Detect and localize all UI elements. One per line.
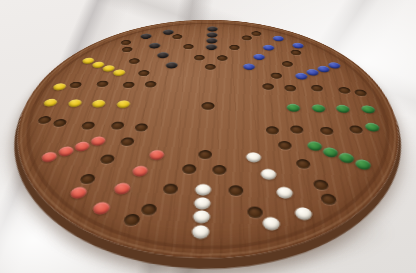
blue-base-hole	[327, 62, 341, 69]
track-hole	[120, 40, 132, 45]
track-hole	[194, 55, 205, 61]
white-base-hole	[193, 211, 210, 224]
red-base-hole	[89, 137, 106, 147]
track-hole	[291, 50, 302, 56]
track-hole	[121, 47, 133, 53]
track-hole	[163, 184, 179, 195]
track-hole	[242, 35, 252, 40]
center-hole	[201, 102, 214, 110]
red-start-hole	[69, 187, 88, 199]
black-home-hole	[166, 62, 179, 69]
track-hole	[353, 90, 367, 97]
track-hole	[137, 70, 149, 76]
track-hole	[271, 73, 283, 79]
yellow-home-hole	[91, 100, 106, 108]
track-hole	[69, 81, 83, 88]
track-hole	[140, 204, 157, 216]
blue-start-hole	[292, 43, 304, 49]
blue-home-hole	[253, 54, 265, 60]
track-hole	[229, 45, 239, 50]
green-home-hole	[286, 104, 300, 112]
track-hole	[172, 34, 183, 39]
white-base-hole	[195, 184, 211, 196]
white-home-hole	[246, 152, 261, 162]
red-base-hole	[40, 152, 59, 162]
green-base-hole	[322, 147, 339, 157]
track-hole	[134, 123, 148, 131]
track-hole	[320, 194, 337, 205]
red-home-hole	[149, 150, 165, 160]
track-hole	[217, 55, 228, 61]
track-hole	[348, 126, 363, 134]
track-hole	[248, 206, 264, 218]
track-hole	[52, 119, 68, 127]
yellow-start-hole	[52, 83, 67, 90]
track-hole	[228, 185, 243, 196]
track-hole	[282, 61, 294, 67]
track-hole	[278, 141, 292, 150]
track-hole	[122, 81, 135, 88]
track-hole	[110, 122, 125, 130]
black-home-hole	[148, 43, 160, 49]
track-hole	[263, 83, 275, 90]
track-hole	[313, 179, 329, 190]
yellow-home-hole	[42, 99, 58, 107]
white-base-hole	[192, 225, 210, 239]
track-hole	[296, 159, 311, 169]
red-home-hole	[92, 202, 111, 215]
black-base-hole	[206, 38, 217, 44]
white-home-hole	[276, 187, 293, 199]
yellow-base-hole	[112, 69, 126, 76]
track-hole	[183, 44, 194, 49]
green-base-hole	[338, 153, 355, 163]
blue-base-hole	[295, 73, 308, 80]
track-hole	[119, 137, 134, 146]
track-hole	[144, 81, 157, 88]
track-hole	[212, 165, 226, 175]
track-hole	[79, 173, 96, 183]
blue-home-hole	[263, 45, 275, 51]
white-start-hole	[263, 217, 281, 231]
track-hole	[319, 126, 334, 134]
blue-home-hole	[272, 36, 284, 42]
black-start-hole	[162, 29, 174, 34]
red-base-hole	[57, 146, 75, 156]
white-home-hole	[294, 207, 312, 220]
blue-home-hole	[243, 64, 255, 71]
track-hole	[96, 81, 109, 88]
track-hole	[198, 150, 212, 159]
track-hole	[266, 126, 280, 134]
track-hole	[311, 85, 324, 92]
green-start-hole	[364, 123, 381, 132]
green-home-hole	[336, 105, 351, 113]
green-home-hole	[311, 104, 326, 112]
black-home-hole	[140, 34, 152, 40]
black-home-hole	[157, 52, 169, 58]
yellow-home-hole	[116, 100, 131, 108]
track-hole	[128, 58, 140, 64]
red-home-hole	[113, 183, 131, 195]
white-base-hole	[194, 197, 211, 210]
track-hole	[290, 126, 304, 134]
green-base-hole	[354, 159, 372, 170]
track-hole	[284, 85, 297, 92]
track-hole	[182, 164, 197, 174]
black-base-hole	[207, 32, 218, 37]
green-home-hole	[360, 105, 376, 113]
black-base-hole	[206, 44, 217, 50]
photo-of-aggravation-board	[0, 0, 416, 273]
track-hole	[252, 31, 262, 36]
black-base-hole	[207, 26, 218, 31]
red-base-hole	[73, 141, 90, 151]
green-base-hole	[307, 141, 323, 151]
track-hole	[122, 214, 140, 226]
track-hole	[37, 116, 53, 124]
track-hole	[337, 87, 351, 94]
track-hole	[81, 121, 96, 129]
white-home-hole	[260, 169, 276, 180]
yellow-home-hole	[67, 99, 83, 107]
track-hole	[205, 64, 216, 70]
red-home-hole	[132, 166, 149, 177]
track-hole	[99, 154, 115, 164]
